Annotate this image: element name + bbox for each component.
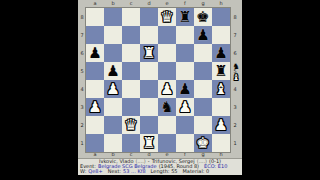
- material-black-knight-icon: ♞: [231, 62, 241, 72]
- chess-diagram-panel: abcdefgh 87654321 87654321 abcdefgh ♛♜♚♟…: [78, 0, 242, 174]
- white-pawn: ♟: [212, 116, 230, 134]
- square-d6: ♜: [140, 44, 158, 62]
- square-e8: ♛: [158, 8, 176, 26]
- black-rook: ♜: [176, 8, 194, 26]
- square-d5: [140, 62, 158, 80]
- square-h3: [212, 98, 230, 116]
- file-labels-top: abcdefgh: [86, 0, 230, 7]
- square-e7: [158, 26, 176, 44]
- square-h5: ♜: [212, 62, 230, 80]
- square-a8: [86, 8, 104, 26]
- square-h2: ♟: [212, 116, 230, 134]
- square-g3: [194, 98, 212, 116]
- square-g5: [194, 62, 212, 80]
- square-h4: ♝: [212, 80, 230, 98]
- file-label-b: b: [104, 0, 122, 7]
- square-d4: [140, 80, 158, 98]
- file-label-h: h: [212, 0, 230, 7]
- rank-label-3: 3: [231, 98, 239, 116]
- square-b8: [104, 8, 122, 26]
- square-e4: ♟: [158, 80, 176, 98]
- next-label: Next:: [108, 169, 121, 174]
- square-g4: [194, 80, 212, 98]
- black-pawn: ♟: [86, 44, 104, 62]
- file-label-f: f: [176, 0, 194, 7]
- status-line: W: Qe8+ Next: 53 ... Kf8 Length: 55 Mate…: [78, 169, 242, 174]
- white-pawn: ♟: [176, 98, 194, 116]
- chess-board: ♛♜♚♟♟♜♟♟♜♟♟♟♝♟♞♟♛♟♜♚: [85, 7, 231, 153]
- square-d3: [140, 98, 158, 116]
- square-d7: [140, 26, 158, 44]
- length-info: Length: 55: [151, 169, 178, 174]
- file-label-a: a: [86, 0, 104, 7]
- square-c4: [122, 80, 140, 98]
- square-d2: [140, 116, 158, 134]
- square-b5: ♟: [104, 62, 122, 80]
- square-c5: [122, 62, 140, 80]
- square-a3: ♟: [86, 98, 104, 116]
- square-g6: [194, 44, 212, 62]
- white-rook: ♜: [140, 134, 158, 152]
- material-tray: ♞♝: [230, 62, 242, 83]
- square-b2: [104, 116, 122, 134]
- file-label-g: g: [194, 0, 212, 7]
- black-rook: ♜: [212, 62, 230, 80]
- file-label-d: d: [140, 0, 158, 7]
- square-g2: [194, 116, 212, 134]
- rank-label-6: 6: [231, 44, 239, 62]
- white-pawn: ♟: [104, 80, 122, 98]
- square-c7: [122, 26, 140, 44]
- square-d1: ♜: [140, 134, 158, 152]
- white-rook: ♜: [140, 44, 158, 62]
- square-h7: [212, 26, 230, 44]
- white-queen: ♛: [158, 8, 176, 26]
- black-pawn: ♟: [194, 26, 212, 44]
- white-king: ♚: [194, 134, 212, 152]
- square-g8: ♚: [194, 8, 212, 26]
- square-a1: [86, 134, 104, 152]
- square-e5: [158, 62, 176, 80]
- square-e1: [158, 134, 176, 152]
- square-g7: ♟: [194, 26, 212, 44]
- white-bishop: ♝: [212, 80, 230, 98]
- square-a5: [86, 62, 104, 80]
- square-a4: [86, 80, 104, 98]
- square-e6: [158, 44, 176, 62]
- black-knight: ♞: [158, 98, 176, 116]
- square-f8: ♜: [176, 8, 194, 26]
- square-f5: [176, 62, 194, 80]
- last-move: Qe8+: [88, 169, 102, 174]
- square-h8: [212, 8, 230, 26]
- square-f4: ♟: [176, 80, 194, 98]
- square-a2: [86, 116, 104, 134]
- square-h1: [212, 134, 230, 152]
- rank-label-2: 2: [231, 116, 239, 134]
- square-f6: [176, 44, 194, 62]
- square-c3: [122, 98, 140, 116]
- square-e3: ♞: [158, 98, 176, 116]
- caption-area: Ivkovic, Vlado (....) - Trifunovic, Serg…: [78, 158, 242, 175]
- square-f7: [176, 26, 194, 44]
- white-pawn: ♟: [158, 80, 176, 98]
- black-pawn: ♟: [212, 44, 230, 62]
- square-d8: [140, 8, 158, 26]
- square-c6: [122, 44, 140, 62]
- material-info: Material: 0: [183, 169, 210, 174]
- square-a7: [86, 26, 104, 44]
- rank-label-7: 7: [231, 26, 239, 44]
- square-b1: [104, 134, 122, 152]
- black-pawn: ♟: [104, 62, 122, 80]
- material-white-bishop-icon: ♝: [231, 73, 241, 83]
- black-king: ♚: [194, 8, 212, 26]
- square-b4: ♟: [104, 80, 122, 98]
- white-queen: ♛: [122, 116, 140, 134]
- square-g1: ♚: [194, 134, 212, 152]
- move-label: W:: [80, 169, 86, 174]
- square-b6: [104, 44, 122, 62]
- square-b3: [104, 98, 122, 116]
- white-pawn: ♟: [86, 98, 104, 116]
- rank-label-1: 1: [231, 134, 239, 152]
- square-f3: ♟: [176, 98, 194, 116]
- black-pawn: ♟: [176, 80, 194, 98]
- file-label-c: c: [122, 0, 140, 7]
- square-f1: [176, 134, 194, 152]
- square-f2: [176, 116, 194, 134]
- square-c8: [122, 8, 140, 26]
- rank-label-8: 8: [231, 8, 239, 26]
- square-c2: ♛: [122, 116, 140, 134]
- square-a6: ♟: [86, 44, 104, 62]
- square-h6: ♟: [212, 44, 230, 62]
- square-b7: [104, 26, 122, 44]
- square-e2: [158, 116, 176, 134]
- square-c1: [122, 134, 140, 152]
- chess-video-thumbnail[interactable]: abcdefgh 87654321 87654321 abcdefgh ♛♜♚♟…: [0, 0, 320, 180]
- next-move: 53 ... Kf8: [123, 169, 146, 174]
- file-label-e: e: [158, 0, 176, 7]
